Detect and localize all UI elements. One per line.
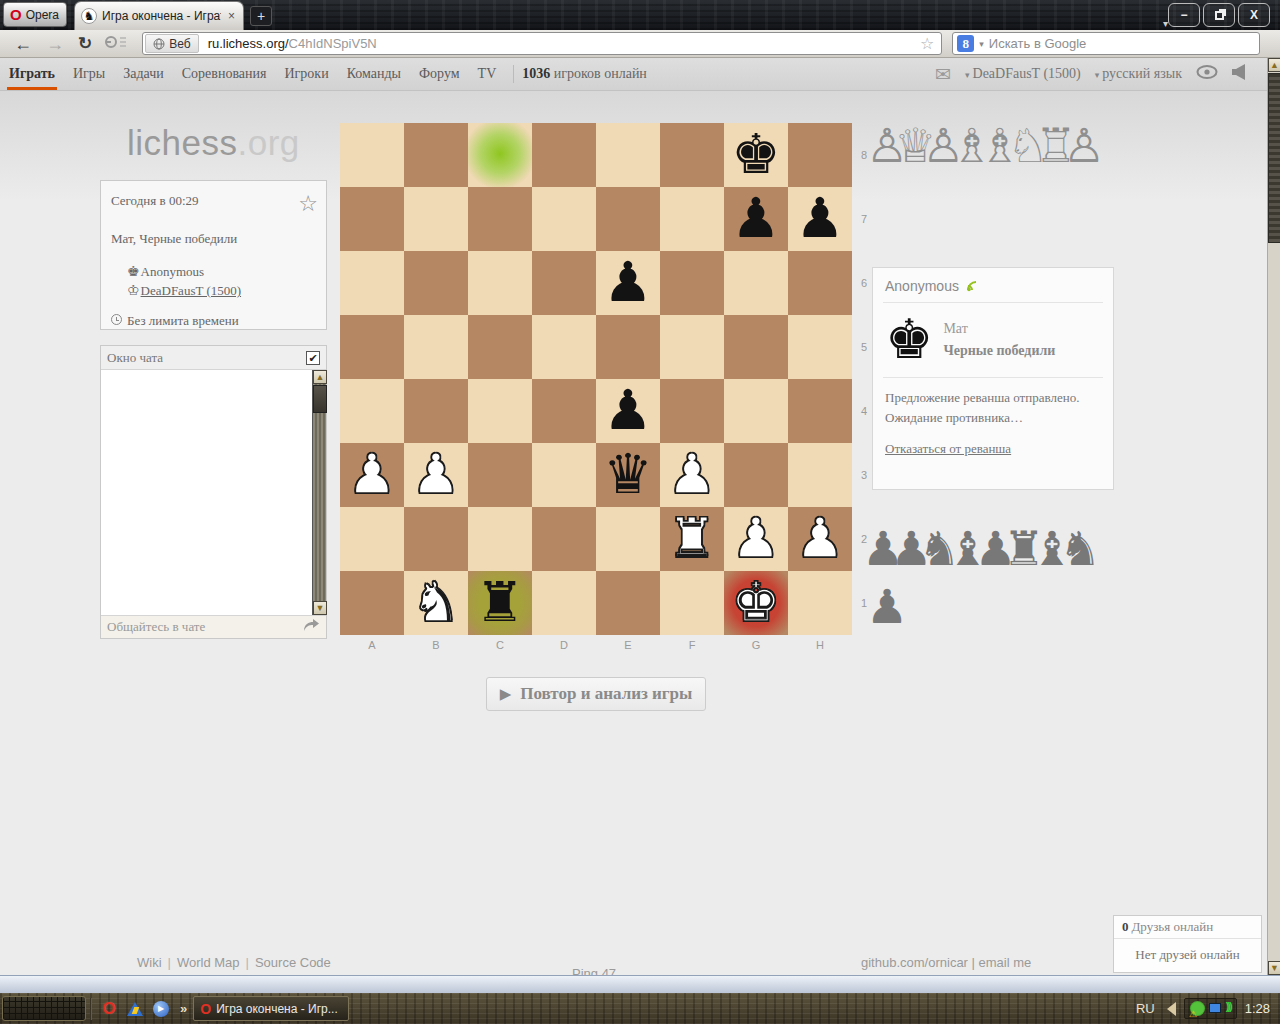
square-b1[interactable]: ♞ (404, 571, 468, 635)
square-e7[interactable] (596, 187, 660, 251)
language-chevron-icon: ▾ (1095, 70, 1100, 80)
square-e2[interactable] (596, 507, 660, 571)
square-c8[interactable] (468, 123, 532, 187)
square-g3[interactable] (724, 443, 788, 507)
square-b7[interactable] (404, 187, 468, 251)
square-a4[interactable] (340, 379, 404, 443)
file-label-b: B (404, 637, 468, 653)
footer-link-world-map[interactable]: World Map (177, 955, 240, 970)
file-label-c: C (468, 637, 532, 653)
square-c6[interactable] (468, 251, 532, 315)
clock-icon (111, 314, 122, 325)
square-e6[interactable]: ♟ (596, 251, 660, 315)
footer-link-source-code[interactable]: Source Code (255, 955, 331, 970)
opponent-name[interactable]: Anonymous (885, 278, 959, 294)
online-signal-icon (965, 279, 980, 293)
lichess-favicon-icon: ♞ (81, 8, 97, 24)
captured-piece-p: ♟ (866, 579, 908, 634)
square-c5[interactable] (468, 315, 532, 379)
quicklaunch-overflow-icon[interactable]: » (180, 1001, 187, 1016)
black-player[interactable]: ♔DeaDFausT (1500) (101, 280, 326, 299)
game-date: Сегодня в 00:29 (101, 181, 326, 209)
scroll-up-icon[interactable]: ▲ (1268, 58, 1280, 72)
square-e5[interactable] (596, 315, 660, 379)
language-menu[interactable]: ▾русский язык (1095, 66, 1182, 82)
square-f3[interactable]: ♟ (660, 443, 724, 507)
result-winner: Черные победили (943, 343, 1055, 359)
square-f2[interactable]: ♜ (660, 507, 724, 571)
square-e3[interactable]: ♛ (596, 443, 660, 507)
square-f8[interactable] (660, 123, 724, 187)
square-c7[interactable] (468, 187, 532, 251)
square-b8[interactable] (404, 123, 468, 187)
tray-collapse-arrow-icon[interactable] (1167, 1002, 1176, 1016)
quicklaunch-opera-icon[interactable]: O (100, 1000, 118, 1018)
white-knight-b1[interactable]: ♞ (404, 571, 468, 635)
chat-share-arrow-icon[interactable] (302, 618, 320, 636)
rank-label-3: 3 (856, 443, 872, 507)
square-a5[interactable] (340, 315, 404, 379)
file-label-f: F (660, 637, 724, 653)
tray-gauge-icon[interactable] (1190, 1001, 1205, 1016)
square-h5[interactable] (788, 315, 852, 379)
friends-box: 0Друзья онлайн Нет друзей онлайн (1113, 915, 1262, 973)
rank-label-6: 6 (856, 251, 872, 315)
captured-piece-n: ♞ (1059, 521, 1101, 576)
square-f7[interactable] (660, 187, 724, 251)
restore-icon (1215, 11, 1224, 20)
captured-black-pieces-tray-row2: ♟ (866, 579, 908, 634)
white-rook-f2[interactable]: ♜ (660, 507, 724, 571)
bookmark-star-icon[interactable]: ☆ (920, 34, 934, 53)
ping-indicator: Ping 47 (572, 966, 616, 975)
footer-link-wiki[interactable]: Wiki (137, 955, 162, 970)
play-triangle-icon: ▶ (500, 685, 512, 703)
window-bottom-strip (0, 975, 1280, 993)
system-tray: RU ))) 1:28 (1136, 998, 1280, 1019)
browser-tab[interactable]: ♞ Игра окончена - Играт... × (74, 1, 244, 30)
opera-menu-button[interactable]: O Opera (3, 2, 67, 27)
board-area: ♚♟♟♟♟♟♟♛♟♜♟♟♞♜♚ 87654321 ABCDEFGH (340, 123, 852, 635)
square-f6[interactable] (660, 251, 724, 315)
taskbar-clock: 1:28 (1245, 1001, 1270, 1016)
nav-divider (513, 65, 514, 83)
square-b2[interactable] (404, 507, 468, 571)
user-menu[interactable]: ▾DeaDFausT (1500) (965, 66, 1081, 82)
scheme-chip[interactable]: Веб (145, 34, 198, 53)
nav-item-играть[interactable]: Играть (9, 66, 55, 82)
square-f5[interactable] (660, 315, 724, 379)
black-rook-c1[interactable]: ♜ (468, 571, 532, 635)
scroll-down-icon[interactable]: ▼ (1268, 961, 1280, 975)
quicklaunch-media-icon[interactable]: ▶ (152, 1000, 170, 1018)
square-d5[interactable] (532, 315, 596, 379)
chat-header: Окно чата ✔ (101, 346, 326, 370)
nav-item-игроки[interactable]: Игроки (284, 66, 328, 82)
address-bar[interactable]: Веб ru.lichess.org/C4hIdNSpiV5N ☆ (142, 32, 942, 55)
taskbar-task-button[interactable]: O Игра окончена - Игр... (193, 996, 349, 1021)
square-f4[interactable] (660, 379, 724, 443)
square-e8[interactable] (596, 123, 660, 187)
search-placeholder: Искать в Google (989, 36, 1087, 51)
square-b3[interactable]: ♟ (404, 443, 468, 507)
black-king-mini-icon: ♚ (127, 264, 140, 279)
nav-item-игры[interactable]: Игры (73, 66, 105, 82)
opera-turbo-icon[interactable] (104, 35, 128, 53)
chat-scrollbar[interactable]: ▲ ▼ (312, 370, 326, 615)
decline-rematch-link[interactable]: Отказаться от реванша (885, 441, 1011, 457)
restore-button[interactable] (1203, 3, 1235, 27)
captured-piece-p: ♙ (1063, 118, 1105, 173)
square-a6[interactable] (340, 251, 404, 315)
square-g7[interactable]: ♟ (724, 187, 788, 251)
chat-scroll-up-icon[interactable]: ▲ (313, 370, 327, 384)
rematch-status: Предложение реванша отправлено. Ожидание… (873, 378, 1113, 427)
file-label-g: G (724, 637, 788, 653)
footer-links: Wiki|World Map|Source Code (137, 955, 331, 970)
url-text[interactable]: ru.lichess.org/C4hIdNSpiV5N (208, 36, 920, 51)
file-label-h: H (788, 637, 852, 653)
page-background: lichess.org ☆ Сегодня в 00:29 Мат, Черны… (0, 91, 1280, 975)
black-pawn-h7[interactable]: ♟ (788, 187, 852, 251)
file-label-d: D (532, 637, 596, 653)
page-footer: Wiki|World Map|Source Code Ping 47 githu… (0, 950, 1280, 975)
black-king-result-icon: ♚ (885, 311, 933, 369)
sound-speaker-icon[interactable] (1232, 64, 1246, 84)
opponent-result-box: Anonymous ♚ Мат Черные победили Предложе… (872, 267, 1114, 490)
friends-header[interactable]: 0Друзья онлайн (1114, 916, 1261, 939)
spectators-eye-icon[interactable] (1196, 65, 1218, 83)
square-c3[interactable] (468, 443, 532, 507)
square-e4[interactable]: ♟ (596, 379, 660, 443)
reload-button[interactable]: ↻ (78, 35, 92, 52)
white-player: ♚Anonymous (101, 247, 326, 280)
square-g8[interactable]: ♚ (724, 123, 788, 187)
square-g5[interactable] (724, 315, 788, 379)
scroll-thumb[interactable] (1268, 73, 1280, 243)
file-label-a: A (340, 637, 404, 653)
task-opera-icon: O (200, 1001, 211, 1017)
globe-icon (153, 38, 165, 50)
tray-network-icon[interactable]: ))) (1209, 1001, 1231, 1016)
footer-separator: | (246, 955, 249, 970)
browser-toolbar: ← → ↻ Веб ru.lichess.org/C4hIdNSpiV5N ☆ … (0, 30, 1280, 58)
opera-logo-icon: O (10, 7, 22, 22)
nav-item-tv[interactable]: TV (478, 66, 497, 82)
square-h4[interactable] (788, 379, 852, 443)
rank-label-7: 7 (856, 187, 872, 251)
square-h2[interactable]: ♟ (788, 507, 852, 571)
chess-board[interactable]: ♚♟♟♟♟♟♟♛♟♜♟♟♞♜♚ (340, 123, 852, 635)
quicklaunch-daemon-icon[interactable] (126, 1000, 144, 1018)
black-king-g8[interactable]: ♚ (724, 123, 788, 187)
nav-item-форум[interactable]: Форум (419, 66, 460, 82)
square-d4[interactable] (532, 379, 596, 443)
square-g1[interactable]: ♚ (724, 571, 788, 635)
square-a2[interactable] (340, 507, 404, 571)
square-f1[interactable] (660, 571, 724, 635)
rank-label-4: 4 (856, 379, 872, 443)
square-a8[interactable] (340, 123, 404, 187)
result-status: Мат (943, 321, 1055, 337)
window-scrollbar[interactable]: ▲ ▼ (1267, 58, 1280, 975)
inbox-envelope-icon[interactable]: ✉ (935, 63, 951, 86)
black-pawn-e6[interactable]: ♟ (596, 251, 660, 315)
tab-title: Игра окончена - Играт... (102, 9, 221, 23)
square-h8[interactable] (788, 123, 852, 187)
footer-separator: | (168, 955, 171, 970)
new-tab-button[interactable]: + (250, 6, 272, 26)
square-g6[interactable] (724, 251, 788, 315)
language-indicator[interactable]: RU (1136, 1001, 1155, 1016)
search-engine-chevron-icon[interactable]: ▾ (979, 39, 984, 49)
footer-credits[interactable]: github.com/ornicar | email me (861, 955, 1031, 970)
lichess-logo[interactable]: lichess.org (127, 123, 300, 163)
replay-analyze-button[interactable]: ▶ Повтор и анализ игры (486, 677, 706, 711)
search-bar[interactable]: 8 ▾ Искать в Google (952, 32, 1260, 55)
captured-black-pieces-tray: ♟♟♞♝♟♜♝♞ (862, 521, 1087, 576)
nav-item-задачи[interactable]: Задачи (123, 66, 164, 82)
white-king-g1[interactable]: ♚ (724, 571, 788, 635)
forward-button[interactable]: → (46, 35, 64, 53)
nav-item-соревнования[interactable]: Соревнования (182, 66, 267, 82)
minimize-button[interactable]: − (1168, 3, 1200, 27)
favorite-star-icon[interactable]: ☆ (298, 191, 318, 217)
chat-box: Окно чата ✔ ▲ ▼ Общайтесь в чате (100, 345, 327, 639)
white-king-mini-icon: ♔ (127, 283, 140, 298)
game-info-box: ☆ Сегодня в 00:29 Мат, Черные победили ♚… (100, 180, 327, 330)
close-button[interactable]: X (1238, 3, 1270, 27)
square-g2[interactable]: ♟ (724, 507, 788, 571)
nav-menu: ИгратьИгрыЗадачиСоревнованияИгрокиКоманд… (0, 66, 505, 82)
taskbar-divider (90, 998, 92, 1020)
square-h6[interactable] (788, 251, 852, 315)
square-b4[interactable] (404, 379, 468, 443)
square-b5[interactable] (404, 315, 468, 379)
square-b6[interactable] (404, 251, 468, 315)
black-pawn-e4[interactable]: ♟ (596, 379, 660, 443)
square-d2[interactable] (532, 507, 596, 571)
square-h3[interactable] (788, 443, 852, 507)
google-icon: 8 (957, 35, 974, 52)
white-pawn-b3[interactable]: ♟ (404, 443, 468, 507)
browser-titlebar: O Opera ♞ Игра окончена - Играт... × + ▾… (0, 0, 1280, 30)
square-a7[interactable] (340, 187, 404, 251)
file-label-e: E (596, 637, 660, 653)
square-c2[interactable] (468, 507, 532, 571)
square-a1[interactable] (340, 571, 404, 635)
chat-toggle-checkbox[interactable]: ✔ (306, 351, 320, 365)
white-pawn-h2[interactable]: ♟ (788, 507, 852, 571)
black-pawn-g7[interactable]: ♟ (724, 187, 788, 251)
white-pawn-f3[interactable]: ♟ (660, 443, 724, 507)
start-button[interactable] (2, 996, 86, 1021)
square-g4[interactable] (724, 379, 788, 443)
square-a3[interactable]: ♟ (340, 443, 404, 507)
black-queen-e3[interactable]: ♛ (596, 443, 660, 507)
square-d8[interactable] (532, 123, 596, 187)
chat-scroll-down-icon[interactable]: ▼ (313, 601, 327, 615)
user-chevron-icon: ▾ (965, 70, 970, 80)
file-labels: ABCDEFGH (340, 637, 852, 653)
square-c4[interactable] (468, 379, 532, 443)
white-pawn-g2[interactable]: ♟ (724, 507, 788, 571)
chat-input[interactable]: Общайтесь в чате (101, 615, 326, 638)
square-h1[interactable] (788, 571, 852, 635)
taskbar: O ▶ » O Игра окончена - Игр... RU ))) 1:… (0, 993, 1280, 1024)
opera-menu-label: Opera (26, 8, 59, 22)
square-d3[interactable] (532, 443, 596, 507)
nav-item-команды[interactable]: Команды (347, 66, 401, 82)
square-d7[interactable] (532, 187, 596, 251)
rank-label-5: 5 (856, 315, 872, 379)
online-count: 1036 игроков онлайн (522, 66, 647, 82)
tab-close-icon[interactable]: × (226, 9, 237, 23)
friends-empty-text: Нет друзей онлайн (1114, 939, 1261, 963)
chat-scroll-thumb[interactable] (313, 385, 327, 413)
site-navbar: ИгратьИгрыЗадачиСоревнованияИгрокиКоманд… (0, 58, 1280, 91)
chat-messages[interactable]: ▲ ▼ (101, 370, 326, 615)
square-h7[interactable]: ♟ (788, 187, 852, 251)
square-e1[interactable] (596, 571, 660, 635)
back-button[interactable]: ← (14, 35, 32, 53)
square-d6[interactable] (532, 251, 596, 315)
square-c1[interactable]: ♜ (468, 571, 532, 635)
captured-white-pieces-tray: ♙♕♙♗♗♘♖♙ (866, 118, 1091, 173)
game-result-text: Мат, Черные победили (101, 209, 326, 247)
white-pawn-a3[interactable]: ♟ (340, 443, 404, 507)
square-d1[interactable] (532, 571, 596, 635)
time-control: Без лимита времени (101, 299, 326, 329)
